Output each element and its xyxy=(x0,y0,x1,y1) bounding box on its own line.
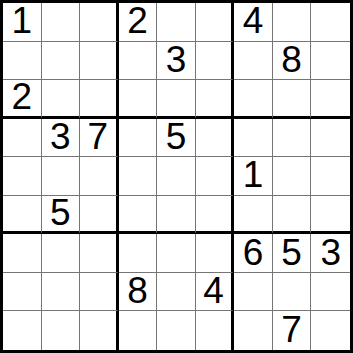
cell-r5c2[interactable] xyxy=(42,157,81,196)
empty-cell-value xyxy=(17,119,27,155)
empty-cell-value xyxy=(208,3,218,39)
cell-r7c2[interactable] xyxy=(42,234,81,273)
cell-r8c9[interactable] xyxy=(311,273,350,312)
cell-r4c1[interactable] xyxy=(3,119,42,158)
empty-cell-value xyxy=(93,157,103,193)
cell-r2c5: 3 xyxy=(157,42,196,81)
given-digit: 7 xyxy=(88,119,109,155)
empty-cell-value xyxy=(93,196,103,231)
cell-r3c5[interactable] xyxy=(157,80,196,119)
cell-r7c5[interactable] xyxy=(157,234,196,273)
given-digit: 3 xyxy=(50,119,71,155)
cell-r2c4[interactable] xyxy=(119,42,158,81)
cell-r1c1: 1 xyxy=(3,3,42,42)
cell-r2c9[interactable] xyxy=(311,42,350,81)
cell-r3c8[interactable] xyxy=(273,80,312,119)
cell-r1c5[interactable] xyxy=(157,3,196,42)
cell-r7c6[interactable] xyxy=(196,234,235,273)
given-digit: 5 xyxy=(166,119,187,155)
sudoku-board: 1 2 4 3 8 2 37 5 1 5 653 8 4 7 xyxy=(0,0,353,353)
cell-r7c7: 6 xyxy=(234,234,273,273)
empty-cell-value xyxy=(326,80,336,115)
cell-r1c4: 2 xyxy=(119,3,158,42)
cell-r3c6[interactable] xyxy=(196,80,235,119)
given-digit: 4 xyxy=(203,273,224,309)
empty-cell-value xyxy=(132,196,142,231)
cell-r5c9[interactable] xyxy=(311,157,350,196)
empty-cell-value xyxy=(171,157,181,193)
empty-cell-value xyxy=(208,234,218,270)
cell-r6c6[interactable] xyxy=(196,196,235,235)
empty-cell-value xyxy=(171,273,181,309)
cell-r8c1[interactable] xyxy=(3,273,42,312)
cell-r7c9: 3 xyxy=(311,234,350,273)
given-digit: 1 xyxy=(243,157,264,193)
empty-cell-value xyxy=(93,311,103,348)
empty-cell-value xyxy=(326,119,336,155)
cell-r5c1[interactable] xyxy=(3,157,42,196)
cell-r5c5[interactable] xyxy=(157,157,196,196)
cell-r7c3[interactable] xyxy=(80,234,119,273)
empty-cell-value xyxy=(287,157,297,193)
cell-r3c1: 2 xyxy=(3,80,42,119)
given-digit: 1 xyxy=(11,3,32,39)
empty-cell-value xyxy=(55,273,65,309)
cell-r6c9[interactable] xyxy=(311,196,350,235)
cell-r4c2: 3 xyxy=(42,119,81,158)
empty-cell-value xyxy=(326,3,336,39)
cell-r2c8: 8 xyxy=(273,42,312,81)
cell-r8c4: 8 xyxy=(119,273,158,312)
empty-cell-value xyxy=(248,119,258,155)
cell-r8c6: 4 xyxy=(196,273,235,312)
empty-cell-value xyxy=(17,196,27,231)
empty-cell-value xyxy=(287,196,297,231)
empty-cell-value xyxy=(17,273,27,309)
empty-cell-value xyxy=(17,234,27,270)
empty-cell-value xyxy=(17,311,27,348)
empty-cell-value xyxy=(208,196,218,231)
cell-r3c9[interactable] xyxy=(311,80,350,119)
cell-r9c6[interactable] xyxy=(196,311,235,350)
empty-cell-value xyxy=(248,80,258,115)
cell-r5c3[interactable] xyxy=(80,157,119,196)
empty-cell-value xyxy=(55,234,65,270)
given-digit: 2 xyxy=(11,80,32,115)
empty-cell-value xyxy=(326,196,336,231)
cell-r8c2[interactable] xyxy=(42,273,81,312)
empty-cell-value xyxy=(55,311,65,348)
empty-cell-value xyxy=(132,42,142,78)
cell-r6c8[interactable] xyxy=(273,196,312,235)
cell-r2c2[interactable] xyxy=(42,42,81,81)
given-digit: 4 xyxy=(243,3,264,39)
cell-r2c6[interactable] xyxy=(196,42,235,81)
cell-r4c3: 7 xyxy=(80,119,119,158)
cell-r5c8[interactable] xyxy=(273,157,312,196)
cell-r9c3[interactable] xyxy=(80,311,119,350)
cell-r3c2[interactable] xyxy=(42,80,81,119)
cell-r6c7[interactable] xyxy=(234,196,273,235)
empty-cell-value xyxy=(248,42,258,78)
cell-r6c3[interactable] xyxy=(80,196,119,235)
cell-r5c4[interactable] xyxy=(119,157,158,196)
empty-cell-value xyxy=(287,3,297,39)
cell-r1c8[interactable] xyxy=(273,3,312,42)
cell-r4c8[interactable] xyxy=(273,119,312,158)
empty-cell-value xyxy=(326,42,336,78)
empty-cell-value xyxy=(326,157,336,193)
empty-cell-value xyxy=(326,311,336,348)
empty-cell-value xyxy=(55,157,65,193)
given-digit: 5 xyxy=(281,234,302,270)
empty-cell-value xyxy=(55,3,65,39)
empty-cell-value xyxy=(171,196,181,231)
empty-cell-value xyxy=(208,119,218,155)
cell-r3c7[interactable] xyxy=(234,80,273,119)
cell-r3c3[interactable] xyxy=(80,80,119,119)
empty-cell-value xyxy=(93,234,103,270)
cell-r4c7[interactable] xyxy=(234,119,273,158)
cell-r7c4[interactable] xyxy=(119,234,158,273)
empty-cell-value xyxy=(93,3,103,39)
empty-cell-value xyxy=(93,42,103,78)
cell-r6c1[interactable] xyxy=(3,196,42,235)
cell-r5c6[interactable] xyxy=(196,157,235,196)
cell-r4c4[interactable] xyxy=(119,119,158,158)
cell-r9c4[interactable] xyxy=(119,311,158,350)
empty-cell-value xyxy=(326,273,336,309)
empty-cell-value xyxy=(132,80,142,115)
cell-r1c9[interactable] xyxy=(311,3,350,42)
given-digit: 8 xyxy=(127,273,148,309)
cell-r6c5[interactable] xyxy=(157,196,196,235)
empty-cell-value xyxy=(208,80,218,115)
cell-r8c3[interactable] xyxy=(80,273,119,312)
cell-r9c2[interactable] xyxy=(42,311,81,350)
empty-cell-value xyxy=(132,119,142,155)
empty-cell-value xyxy=(208,157,218,193)
empty-cell-value xyxy=(208,311,218,348)
given-digit: 8 xyxy=(281,42,302,78)
empty-cell-value xyxy=(287,119,297,155)
empty-cell-value xyxy=(208,42,218,78)
cell-r9c8: 7 xyxy=(273,311,312,350)
empty-cell-value xyxy=(17,157,27,193)
cell-r6c2: 5 xyxy=(42,196,81,235)
given-digit: 2 xyxy=(127,3,148,39)
empty-cell-value xyxy=(132,311,142,348)
cell-r4c5: 5 xyxy=(157,119,196,158)
empty-cell-value xyxy=(171,234,181,270)
empty-cell-value xyxy=(93,80,103,115)
empty-cell-value xyxy=(171,3,181,39)
given-digit: 6 xyxy=(243,234,264,270)
cell-r7c1[interactable] xyxy=(3,234,42,273)
empty-cell-value xyxy=(55,42,65,78)
empty-cell-value xyxy=(132,157,142,193)
empty-cell-value xyxy=(171,311,181,348)
cell-r9c5[interactable] xyxy=(157,311,196,350)
empty-cell-value xyxy=(171,80,181,115)
cell-r5c7: 1 xyxy=(234,157,273,196)
cell-r1c3[interactable] xyxy=(80,3,119,42)
empty-cell-value xyxy=(55,80,65,115)
cell-r8c7[interactable] xyxy=(234,273,273,312)
cell-r9c9[interactable] xyxy=(311,311,350,350)
cell-r8c8[interactable] xyxy=(273,273,312,312)
cell-r1c6[interactable] xyxy=(196,3,235,42)
empty-cell-value xyxy=(248,311,258,348)
cell-r4c6[interactable] xyxy=(196,119,235,158)
cell-r3c4[interactable] xyxy=(119,80,158,119)
cell-r1c2[interactable] xyxy=(42,3,81,42)
cell-r7c8: 5 xyxy=(273,234,312,273)
empty-cell-value xyxy=(17,42,27,78)
empty-cell-value xyxy=(287,80,297,115)
cell-r6c4[interactable] xyxy=(119,196,158,235)
empty-cell-value xyxy=(132,234,142,270)
cell-r1c7: 4 xyxy=(234,3,273,42)
cell-r2c7[interactable] xyxy=(234,42,273,81)
cell-r2c3[interactable] xyxy=(80,42,119,81)
empty-cell-value xyxy=(248,196,258,231)
cell-r9c7[interactable] xyxy=(234,311,273,350)
given-digit: 3 xyxy=(166,42,187,78)
empty-cell-value xyxy=(287,273,297,309)
cell-r8c5[interactable] xyxy=(157,273,196,312)
cell-r9c1[interactable] xyxy=(3,311,42,350)
empty-cell-value xyxy=(248,273,258,309)
given-digit: 3 xyxy=(320,234,341,270)
empty-cell-value xyxy=(93,273,103,309)
given-digit: 7 xyxy=(281,311,302,348)
cell-r4c9[interactable] xyxy=(311,119,350,158)
given-digit: 5 xyxy=(50,196,71,231)
cell-r2c1[interactable] xyxy=(3,42,42,81)
